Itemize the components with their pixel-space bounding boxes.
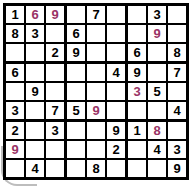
cell-r1c4[interactable] — [67, 6, 87, 25]
cell-r4c3[interactable] — [46, 64, 67, 83]
cell-r7c3[interactable]: 3 — [46, 122, 67, 141]
cell-r2c9[interactable] — [168, 25, 186, 44]
cell-r6c4[interactable]: 5 — [67, 102, 87, 122]
board-row-2: 8369 — [6, 25, 186, 44]
cell-r4c1[interactable]: 6 — [6, 64, 26, 83]
cell-r4c7[interactable]: 9 — [128, 64, 148, 83]
cell-r8c4[interactable] — [67, 141, 87, 160]
board-row-3: 2968 — [6, 44, 186, 64]
cell-r8c3[interactable] — [46, 141, 67, 160]
cell-r1c2[interactable]: 6 — [26, 6, 46, 25]
sudoku-board: 1697383692968649793537594239189243489 — [3, 3, 189, 180]
cell-r5c9[interactable] — [168, 83, 186, 102]
cell-r9c1[interactable] — [6, 160, 26, 177]
cell-r7c1[interactable]: 2 — [6, 122, 26, 141]
cell-r2c2[interactable]: 3 — [26, 25, 46, 44]
cell-r4c6[interactable]: 4 — [107, 64, 128, 83]
cell-r2c5[interactable] — [87, 25, 107, 44]
cell-r8c6[interactable]: 2 — [107, 141, 128, 160]
cell-r5c3[interactable] — [46, 83, 67, 102]
cell-r9c8[interactable] — [148, 160, 168, 177]
cell-r3c5[interactable] — [87, 44, 107, 64]
cell-r6c1[interactable]: 3 — [6, 102, 26, 122]
cell-r4c4[interactable] — [67, 64, 87, 83]
cell-r3c4[interactable]: 9 — [67, 44, 87, 64]
cell-r7c2[interactable] — [26, 122, 46, 141]
cell-r4c8[interactable] — [148, 64, 168, 83]
cell-r3c9[interactable]: 8 — [168, 44, 186, 64]
cell-r4c5[interactable] — [87, 64, 107, 83]
cell-r8c9[interactable]: 3 — [168, 141, 186, 160]
cell-r6c8[interactable] — [148, 102, 168, 122]
cell-r6c3[interactable]: 7 — [46, 102, 67, 122]
cell-r5c6[interactable] — [107, 83, 128, 102]
cell-r6c5[interactable]: 9 — [87, 102, 107, 122]
cell-r3c2[interactable] — [26, 44, 46, 64]
cell-r8c1[interactable]: 9 — [6, 141, 26, 160]
cell-r7c6[interactable]: 9 — [107, 122, 128, 141]
cell-r8c7[interactable] — [128, 141, 148, 160]
board-row-5: 935 — [6, 83, 186, 102]
board-row-9: 489 — [6, 160, 186, 177]
cell-r9c9[interactable]: 9 — [168, 160, 186, 177]
cell-r1c3[interactable]: 9 — [46, 6, 67, 25]
cell-r1c6[interactable] — [107, 6, 128, 25]
cell-r9c5[interactable]: 8 — [87, 160, 107, 177]
cell-r5c8[interactable]: 5 — [148, 83, 168, 102]
cell-r3c7[interactable]: 6 — [128, 44, 148, 64]
cell-r8c2[interactable] — [26, 141, 46, 160]
cell-r8c8[interactable]: 4 — [148, 141, 168, 160]
cell-r7c7[interactable]: 1 — [128, 122, 148, 141]
cell-r9c2[interactable]: 4 — [26, 160, 46, 177]
cell-r5c1[interactable] — [6, 83, 26, 102]
cell-r6c7[interactable] — [128, 102, 148, 122]
cell-r2c3[interactable] — [46, 25, 67, 44]
cell-r2c7[interactable] — [128, 25, 148, 44]
cell-r8c5[interactable] — [87, 141, 107, 160]
cell-r7c5[interactable] — [87, 122, 107, 141]
cell-r2c6[interactable] — [107, 25, 128, 44]
cell-r5c2[interactable]: 9 — [26, 83, 46, 102]
cell-r1c9[interactable] — [168, 6, 186, 25]
cell-r3c1[interactable] — [6, 44, 26, 64]
cell-r3c6[interactable] — [107, 44, 128, 64]
cell-r5c5[interactable] — [87, 83, 107, 102]
cell-r3c8[interactable] — [148, 44, 168, 64]
cell-r7c4[interactable] — [67, 122, 87, 141]
board-row-1: 16973 — [6, 6, 186, 25]
cell-r6c9[interactable]: 4 — [168, 102, 186, 122]
cell-r6c2[interactable] — [26, 102, 46, 122]
cell-r9c7[interactable] — [128, 160, 148, 177]
cell-r7c8[interactable]: 8 — [148, 122, 168, 141]
cell-r4c2[interactable] — [26, 64, 46, 83]
cell-r1c1[interactable]: 1 — [6, 6, 26, 25]
cell-r7c9[interactable] — [168, 122, 186, 141]
cell-r2c1[interactable]: 8 — [6, 25, 26, 44]
cell-r3c3[interactable]: 2 — [46, 44, 67, 64]
cell-r1c7[interactable] — [128, 6, 148, 25]
cell-r5c4[interactable] — [67, 83, 87, 102]
cell-r5c7[interactable]: 3 — [128, 83, 148, 102]
cell-r1c5[interactable]: 7 — [87, 6, 107, 25]
sudoku-page: 1697383692968649793537594239189243489 — [0, 0, 192, 188]
board-row-6: 37594 — [6, 102, 186, 122]
cell-r1c8[interactable]: 3 — [148, 6, 168, 25]
cell-r9c4[interactable] — [67, 160, 87, 177]
cell-r2c4[interactable]: 6 — [67, 25, 87, 44]
cell-r9c6[interactable] — [107, 160, 128, 177]
board-row-4: 6497 — [6, 64, 186, 83]
cell-r4c9[interactable]: 7 — [168, 64, 186, 83]
cell-r6c6[interactable] — [107, 102, 128, 122]
board-row-8: 9243 — [6, 141, 186, 160]
cell-r9c3[interactable] — [46, 160, 67, 177]
board-row-7: 23918 — [6, 122, 186, 141]
cell-r2c8[interactable]: 9 — [148, 25, 168, 44]
